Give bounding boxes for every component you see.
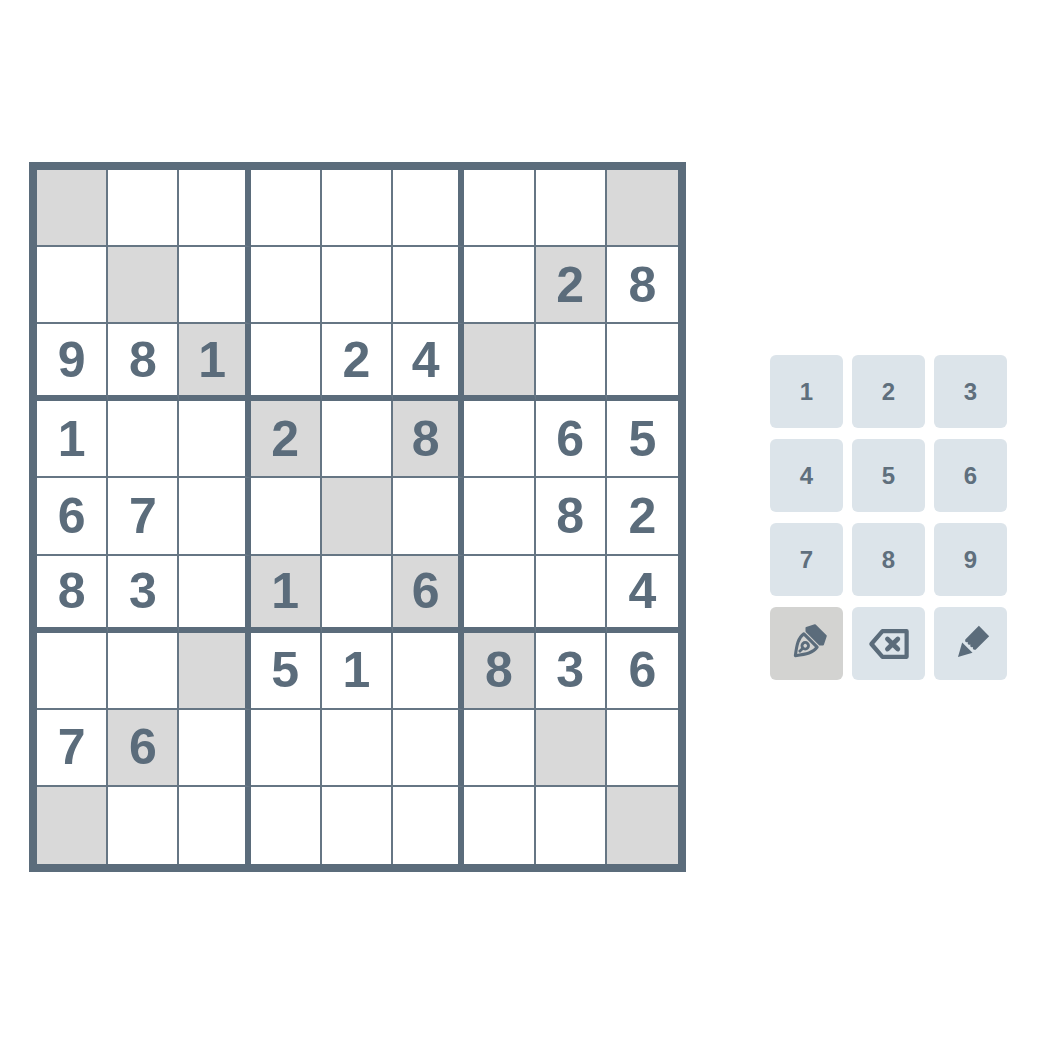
digit-buttons: 123456789 bbox=[770, 355, 1007, 596]
cell-r3c3[interactable]: 1 bbox=[179, 324, 250, 401]
cell-r8c9[interactable] bbox=[607, 710, 678, 787]
cell-r4c8[interactable]: 6 bbox=[536, 401, 607, 478]
cell-r9c8[interactable] bbox=[536, 787, 607, 864]
cell-r6c9[interactable]: 4 bbox=[607, 556, 678, 633]
backspace-icon bbox=[866, 621, 912, 667]
cell-r8c7[interactable] bbox=[464, 710, 535, 787]
cell-r3c4[interactable] bbox=[251, 324, 322, 401]
cell-r8c3[interactable] bbox=[179, 710, 250, 787]
cell-r7c9[interactable]: 6 bbox=[607, 633, 678, 710]
cell-r8c4[interactable] bbox=[251, 710, 322, 787]
cell-r2c5[interactable] bbox=[322, 247, 393, 324]
erase-button[interactable] bbox=[852, 607, 925, 680]
cell-r5c6[interactable] bbox=[393, 478, 464, 555]
digit-button-9[interactable]: 9 bbox=[934, 523, 1007, 596]
cell-r5c8[interactable]: 8 bbox=[536, 478, 607, 555]
cell-r3c9[interactable] bbox=[607, 324, 678, 401]
cell-r2c9[interactable]: 8 bbox=[607, 247, 678, 324]
cell-r7c8[interactable]: 3 bbox=[536, 633, 607, 710]
cell-r9c9[interactable] bbox=[607, 787, 678, 864]
cell-r7c1[interactable] bbox=[37, 633, 108, 710]
cell-r5c3[interactable] bbox=[179, 478, 250, 555]
cell-r6c8[interactable] bbox=[536, 556, 607, 633]
digit-button-6[interactable]: 6 bbox=[934, 439, 1007, 512]
cell-r7c7[interactable]: 8 bbox=[464, 633, 535, 710]
cell-r3c2[interactable]: 8 bbox=[108, 324, 179, 401]
cell-r6c2[interactable]: 3 bbox=[108, 556, 179, 633]
digit-button-8[interactable]: 8 bbox=[852, 523, 925, 596]
cell-r8c6[interactable] bbox=[393, 710, 464, 787]
cell-r1c9[interactable] bbox=[607, 170, 678, 247]
digit-button-1[interactable]: 1 bbox=[770, 355, 843, 428]
cell-r1c6[interactable] bbox=[393, 170, 464, 247]
cell-r9c2[interactable] bbox=[108, 787, 179, 864]
cell-r6c1[interactable]: 8 bbox=[37, 556, 108, 633]
cell-r9c3[interactable] bbox=[179, 787, 250, 864]
cell-r8c5[interactable] bbox=[322, 710, 393, 787]
cell-r6c3[interactable] bbox=[179, 556, 250, 633]
cell-r1c3[interactable] bbox=[179, 170, 250, 247]
cell-r6c6[interactable]: 6 bbox=[393, 556, 464, 633]
cell-r9c4[interactable] bbox=[251, 787, 322, 864]
digit-button-2[interactable]: 2 bbox=[852, 355, 925, 428]
cell-r2c7[interactable] bbox=[464, 247, 535, 324]
digit-button-4[interactable]: 4 bbox=[770, 439, 843, 512]
cell-r7c2[interactable] bbox=[108, 633, 179, 710]
cell-r4c1[interactable]: 1 bbox=[37, 401, 108, 478]
cell-r6c5[interactable] bbox=[322, 556, 393, 633]
pen-nib-icon bbox=[784, 621, 830, 667]
number-pad: 123456789 bbox=[770, 355, 1007, 680]
cell-r9c7[interactable] bbox=[464, 787, 535, 864]
cell-r1c2[interactable] bbox=[108, 170, 179, 247]
cell-r3c6[interactable]: 4 bbox=[393, 324, 464, 401]
cell-r2c8[interactable]: 2 bbox=[536, 247, 607, 324]
cell-r7c4[interactable]: 5 bbox=[251, 633, 322, 710]
cell-r8c8[interactable] bbox=[536, 710, 607, 787]
pencil-button[interactable] bbox=[934, 607, 1007, 680]
cell-r8c1[interactable]: 7 bbox=[37, 710, 108, 787]
pen-button[interactable] bbox=[770, 607, 843, 680]
sudoku-board: 2898124128656782831645183676 bbox=[29, 162, 686, 872]
pencil-icon bbox=[948, 621, 994, 667]
cell-r9c1[interactable] bbox=[37, 787, 108, 864]
cell-r2c6[interactable] bbox=[393, 247, 464, 324]
cell-r7c5[interactable]: 1 bbox=[322, 633, 393, 710]
cell-r4c9[interactable]: 5 bbox=[607, 401, 678, 478]
cell-r4c3[interactable] bbox=[179, 401, 250, 478]
cell-r9c5[interactable] bbox=[322, 787, 393, 864]
cell-r9c6[interactable] bbox=[393, 787, 464, 864]
cell-r1c5[interactable] bbox=[322, 170, 393, 247]
digit-button-7[interactable]: 7 bbox=[770, 523, 843, 596]
cell-r6c4[interactable]: 1 bbox=[251, 556, 322, 633]
cell-r7c3[interactable] bbox=[179, 633, 250, 710]
cell-r7c6[interactable] bbox=[393, 633, 464, 710]
cell-r3c8[interactable] bbox=[536, 324, 607, 401]
cell-r1c7[interactable] bbox=[464, 170, 535, 247]
cell-r4c4[interactable]: 2 bbox=[251, 401, 322, 478]
cell-r8c2[interactable]: 6 bbox=[108, 710, 179, 787]
cell-r5c4[interactable] bbox=[251, 478, 322, 555]
cell-r1c4[interactable] bbox=[251, 170, 322, 247]
cell-r1c8[interactable] bbox=[536, 170, 607, 247]
digit-button-5[interactable]: 5 bbox=[852, 439, 925, 512]
cell-r5c5[interactable] bbox=[322, 478, 393, 555]
cell-r4c2[interactable] bbox=[108, 401, 179, 478]
cell-r5c2[interactable]: 7 bbox=[108, 478, 179, 555]
cell-r5c7[interactable] bbox=[464, 478, 535, 555]
cell-r2c4[interactable] bbox=[251, 247, 322, 324]
cell-r2c2[interactable] bbox=[108, 247, 179, 324]
cell-r5c9[interactable]: 2 bbox=[607, 478, 678, 555]
cell-r5c1[interactable]: 6 bbox=[37, 478, 108, 555]
digit-button-3[interactable]: 3 bbox=[934, 355, 1007, 428]
cell-r2c1[interactable] bbox=[37, 247, 108, 324]
cell-r3c5[interactable]: 2 bbox=[322, 324, 393, 401]
cell-r4c5[interactable] bbox=[322, 401, 393, 478]
cell-r2c3[interactable] bbox=[179, 247, 250, 324]
cell-r4c7[interactable] bbox=[464, 401, 535, 478]
cell-r4c6[interactable]: 8 bbox=[393, 401, 464, 478]
cell-r6c7[interactable] bbox=[464, 556, 535, 633]
cell-r3c1[interactable]: 9 bbox=[37, 324, 108, 401]
cell-r1c1[interactable] bbox=[37, 170, 108, 247]
tool-buttons bbox=[770, 607, 1007, 680]
cell-r3c7[interactable] bbox=[464, 324, 535, 401]
